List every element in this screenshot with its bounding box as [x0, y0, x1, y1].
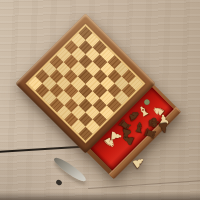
scene: ♝●♞♞♟♟♚♜♝♜♟♟♟♞♟	[0, 0, 200, 200]
chess-piece-bishop: ♝	[132, 120, 146, 135]
chess-box: ♝●♞♞♟♟♚♜♝♜♟♟♟♞♟	[15, 13, 155, 153]
chess-set: ♝●♞♞♟♟♚♜♝♜♟♟♟♞♟	[0, 0, 200, 200]
